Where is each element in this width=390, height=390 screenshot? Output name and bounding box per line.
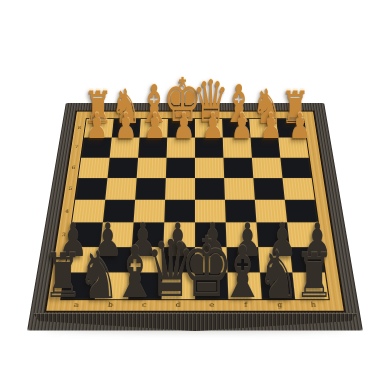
piece-white-pawn-f7[interactable]: ♟: [231, 109, 253, 144]
square-d6[interactable]: [166, 157, 195, 178]
piece-black-knight-g1[interactable]: ♞: [257, 242, 299, 308]
square-a6[interactable]: [78, 157, 109, 178]
square-b6[interactable]: [108, 157, 139, 178]
square-c5[interactable]: [135, 178, 166, 200]
piece-white-pawn-e7[interactable]: ♟: [202, 109, 224, 144]
square-h6[interactable]: [280, 157, 311, 178]
square-h5[interactable]: [282, 178, 314, 200]
rank-label-5: 5: [68, 186, 72, 190]
rank-label-7: 7: [75, 145, 79, 149]
piece-white-pawn-h7[interactable]: ♟: [289, 109, 311, 144]
square-f5[interactable]: [224, 178, 255, 200]
square-f6[interactable]: [223, 157, 253, 178]
piece-white-pawn-g7[interactable]: ♟: [260, 109, 282, 144]
square-d5[interactable]: [165, 178, 195, 200]
piece-white-pawn-c7[interactable]: ♟: [144, 109, 166, 144]
piece-white-pawn-b7[interactable]: ♟: [115, 109, 137, 144]
product-photo-stage: 87654321 abcdefgh ♜♞♝♚♛♝♞♜♟♟♟♟♟♟♟♟♟♟♟♟♟♟…: [0, 0, 390, 390]
piece-black-rook-a1[interactable]: ♜: [43, 246, 82, 308]
square-b5[interactable]: [105, 178, 136, 200]
square-e6[interactable]: [195, 157, 224, 178]
square-e5[interactable]: [195, 178, 225, 200]
rank-label-6: 6: [71, 165, 75, 169]
square-c6[interactable]: [137, 157, 167, 178]
piece-black-rook-h1[interactable]: ♜: [295, 246, 334, 308]
piece-white-pawn-a7[interactable]: ♟: [86, 109, 108, 144]
square-g5[interactable]: [253, 178, 284, 200]
square-g6[interactable]: [252, 157, 283, 178]
square-a5[interactable]: [75, 178, 107, 200]
piece-white-pawn-d7[interactable]: ♟: [173, 109, 195, 144]
rank-label-8: 8: [77, 126, 81, 130]
